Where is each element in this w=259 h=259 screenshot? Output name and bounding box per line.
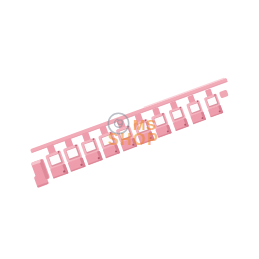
product-photo: MS SHOP	[0, 0, 259, 259]
belt-cell	[184, 93, 206, 124]
cell-belt	[24, 77, 240, 188]
belt-end-tab	[219, 90, 229, 99]
belt-cells	[42, 86, 224, 179]
product-image	[0, 0, 259, 259]
belt-cell	[166, 99, 189, 131]
belt-cell	[201, 87, 223, 117]
